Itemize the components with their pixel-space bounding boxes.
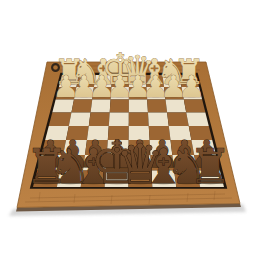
- square-g4[interactable]: [69, 113, 91, 127]
- square-c4[interactable]: [148, 113, 169, 127]
- square-f4[interactable]: [89, 113, 110, 127]
- square-e4[interactable]: [109, 113, 129, 127]
- square-d4[interactable]: [129, 113, 149, 127]
- square-b4[interactable]: [167, 113, 189, 127]
- chess-set-photo: ♜♞♝♚♛♝♞♜♟♟♟♟♟♟♟♟♟♟♟♟♟♟♟♟♜♞♝♚♛♝♞♜: [0, 0, 256, 256]
- square-h4[interactable]: [49, 113, 72, 127]
- chessboard: ♜♞♝♚♛♝♞♜♟♟♟♟♟♟♟♟♟♟♟♟♟♟♟♟♜♞♝♚♛♝♞♜: [0, 0, 256, 256]
- piece-white-pawn-a2[interactable]: ♟: [178, 69, 205, 104]
- piece-black-rook-a8[interactable]: ♜: [189, 139, 232, 194]
- square-a4[interactable]: [186, 113, 209, 127]
